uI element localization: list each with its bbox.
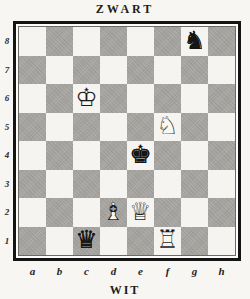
rank-labels: 87654321: [2, 27, 12, 255]
square-c5: [73, 113, 100, 142]
piece-black-queen: ♛♛: [73, 227, 100, 256]
rank-label-8: 8: [2, 27, 12, 56]
square-h4: [208, 141, 235, 170]
square-b7: [46, 56, 73, 85]
square-f8: [154, 27, 181, 56]
board-inner-border: ♞♞♚♔♞♘♚♚♝♗♛♕♛♛♜♖: [18, 26, 236, 256]
square-e1: [127, 227, 154, 256]
square-e5: [127, 113, 154, 142]
square-c2: [73, 198, 100, 227]
square-f7: [154, 56, 181, 85]
square-f5: ♞♘: [154, 113, 181, 142]
square-h8: [208, 27, 235, 56]
square-e8: [127, 27, 154, 56]
square-b2: [46, 198, 73, 227]
square-g7: [181, 56, 208, 85]
square-a6: [19, 84, 46, 113]
square-d5: [100, 113, 127, 142]
square-a5: [19, 113, 46, 142]
square-h1: [208, 227, 235, 256]
square-a1: [19, 227, 46, 256]
square-d7: [100, 56, 127, 85]
square-h7: [208, 56, 235, 85]
board-frame: ♞♞♚♔♞♘♚♚♝♗♛♕♛♛♜♖: [13, 21, 241, 261]
square-e7: [127, 56, 154, 85]
square-a7: [19, 56, 46, 85]
black-side-label: ZWART: [0, 2, 250, 17]
piece-black-knight: ♞♞: [181, 27, 208, 56]
square-e2: ♛♕: [127, 198, 154, 227]
square-c3: [73, 170, 100, 199]
square-h3: [208, 170, 235, 199]
square-c6: ♚♔: [73, 84, 100, 113]
square-d2: ♝♗: [100, 198, 127, 227]
square-e6: [127, 84, 154, 113]
square-f2: [154, 198, 181, 227]
rank-label-4: 4: [2, 141, 12, 170]
file-label-g: g: [181, 265, 208, 277]
square-a2: [19, 198, 46, 227]
piece-white-bishop: ♝♗: [100, 198, 127, 227]
square-a4: [19, 141, 46, 170]
square-d6: [100, 84, 127, 113]
square-b8: [46, 27, 73, 56]
piece-white-queen: ♛♕: [127, 198, 154, 227]
rank-label-7: 7: [2, 56, 12, 85]
square-c4: [73, 141, 100, 170]
square-e4: ♚♚: [127, 141, 154, 170]
file-label-a: a: [19, 265, 46, 277]
rank-label-1: 1: [2, 227, 12, 256]
chess-board: ♞♞♚♔♞♘♚♚♝♗♛♕♛♛♜♖: [19, 27, 235, 255]
square-d3: [100, 170, 127, 199]
white-side-label: WIT: [0, 283, 250, 298]
square-g5: [181, 113, 208, 142]
rank-label-3: 3: [2, 170, 12, 199]
square-b5: [46, 113, 73, 142]
square-b1: [46, 227, 73, 256]
square-g3: [181, 170, 208, 199]
square-g1: [181, 227, 208, 256]
square-g4: [181, 141, 208, 170]
square-f1: ♜♖: [154, 227, 181, 256]
file-label-e: e: [127, 265, 154, 277]
square-f4: [154, 141, 181, 170]
square-a8: [19, 27, 46, 56]
file-label-f: f: [154, 265, 181, 277]
piece-white-knight: ♞♘: [154, 113, 181, 142]
piece-black-king: ♚♚: [127, 141, 154, 170]
square-d1: [100, 227, 127, 256]
rank-label-5: 5: [2, 113, 12, 142]
file-label-c: c: [73, 265, 100, 277]
square-d4: [100, 141, 127, 170]
square-e3: [127, 170, 154, 199]
square-b3: [46, 170, 73, 199]
square-g8: ♞♞: [181, 27, 208, 56]
square-b4: [46, 141, 73, 170]
file-label-b: b: [46, 265, 73, 277]
square-c8: [73, 27, 100, 56]
square-d8: [100, 27, 127, 56]
file-labels: abcdefgh: [19, 265, 235, 277]
piece-white-rook: ♜♖: [154, 227, 181, 256]
square-f3: [154, 170, 181, 199]
square-b6: [46, 84, 73, 113]
file-label-d: d: [100, 265, 127, 277]
square-f6: [154, 84, 181, 113]
square-c7: [73, 56, 100, 85]
square-g6: [181, 84, 208, 113]
rank-label-6: 6: [2, 84, 12, 113]
square-h5: [208, 113, 235, 142]
piece-white-king: ♚♔: [73, 84, 100, 113]
file-label-h: h: [208, 265, 235, 277]
square-h6: [208, 84, 235, 113]
square-g2: [181, 198, 208, 227]
square-h2: [208, 198, 235, 227]
square-a3: [19, 170, 46, 199]
square-c1: ♛♛: [73, 227, 100, 256]
rank-label-2: 2: [2, 198, 12, 227]
